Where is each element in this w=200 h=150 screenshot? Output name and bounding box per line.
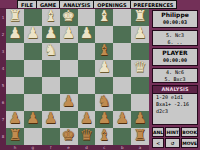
- square-d7[interactable]: ♟: [78, 111, 96, 128]
- square-c2[interactable]: [95, 26, 113, 43]
- white-pawn-piece: ♟: [44, 26, 57, 41]
- white-player-panel: Philippe 00:00:03: [152, 10, 198, 28]
- square-c4[interactable]: ♟: [95, 60, 113, 77]
- white-rook-piece: ♜: [133, 9, 146, 24]
- square-c8[interactable]: ♝: [95, 128, 113, 145]
- square-b3[interactable]: [113, 43, 131, 60]
- square-d8[interactable]: ♛: [78, 128, 96, 145]
- square-e2[interactable]: ♟: [60, 26, 78, 43]
- square-f8[interactable]: [42, 128, 60, 145]
- black-knight-piece: ♞: [98, 94, 111, 109]
- square-d4[interactable]: [78, 60, 96, 77]
- takeback-button[interactable]: <: [152, 138, 164, 148]
- square-e3[interactable]: [60, 43, 78, 60]
- square-b5[interactable]: [113, 77, 131, 94]
- square-a2[interactable]: ♟: [131, 26, 149, 43]
- white-bishop-piece: ♝: [44, 9, 57, 24]
- square-f5[interactable]: [42, 77, 60, 94]
- square-f6[interactable]: [42, 94, 60, 111]
- white-moves-panel: 5. Nc3 6. ..: [152, 30, 198, 46]
- square-b4[interactable]: [113, 60, 131, 77]
- square-h3[interactable]: [6, 43, 24, 60]
- black-king-piece: ♚: [62, 128, 75, 143]
- anl-button[interactable]: ANL: [152, 127, 164, 137]
- square-f4[interactable]: [42, 60, 60, 77]
- square-d1[interactable]: [78, 9, 96, 26]
- white-move-entry: 5. Nc3: [153, 32, 197, 39]
- square-h1[interactable]: ♜: [6, 9, 24, 26]
- square-f7[interactable]: ♟: [42, 111, 60, 128]
- square-d5[interactable]: [78, 77, 96, 94]
- file-label: d: [78, 145, 96, 150]
- file-label: b: [113, 145, 131, 150]
- white-knight-piece: ♞: [44, 43, 57, 58]
- square-b6[interactable]: [113, 94, 131, 111]
- square-b7[interactable]: ♟: [113, 111, 131, 128]
- square-c1[interactable]: ♝: [95, 9, 113, 26]
- square-e8[interactable]: ♚: [60, 128, 78, 145]
- square-g4[interactable]: [24, 60, 42, 77]
- square-g5[interactable]: [24, 77, 42, 94]
- white-pawn-piece: ♟: [62, 26, 75, 41]
- analysis-line: 1-20 e1d1: [153, 94, 197, 101]
- file-label: g: [24, 145, 42, 150]
- white-pawn-piece: ♟: [26, 26, 39, 41]
- analysis-line: d2c3: [153, 108, 197, 115]
- square-h4[interactable]: [6, 60, 24, 77]
- file-label: a: [131, 145, 149, 150]
- file-label: e: [60, 145, 78, 150]
- square-h7[interactable]: ♟: [6, 111, 24, 128]
- analysis-panel: ANALYSIS 1-20 e1d1 Bxa1+ -2.16 d2c3: [152, 85, 198, 125]
- file-label: c: [95, 145, 113, 150]
- white-king-piece: ♚: [62, 9, 75, 24]
- square-e7[interactable]: [60, 111, 78, 128]
- black-player-panel: PLAYER 00:00:00: [152, 48, 198, 66]
- board-grid: ♜♝♚♝♜♟♟♟♟♟♟♞♝♟♛♟♞♟♟♟♟♟♟♟♜♚♛♝♜: [6, 9, 149, 145]
- file-label: h: [6, 145, 24, 150]
- black-rook-piece: ♜: [133, 128, 146, 143]
- square-a8[interactable]: ♜: [131, 128, 149, 145]
- book-button[interactable]: BOOK: [181, 127, 198, 137]
- square-h6[interactable]: [6, 94, 24, 111]
- white-player-clock: 00:00:03: [153, 19, 197, 26]
- app-window: { "game": "chess", "app": { "background_…: [0, 0, 200, 150]
- square-c6[interactable]: ♞: [95, 94, 113, 111]
- square-a6[interactable]: [131, 94, 149, 111]
- white-pawn-piece: ♟: [80, 26, 93, 41]
- black-player-name: PLAYER: [153, 49, 197, 57]
- black-pawn-piece: ♟: [115, 111, 128, 126]
- black-move-entry: 5. Bxc3: [153, 76, 197, 83]
- square-g8[interactable]: [24, 128, 42, 145]
- file-labels: hgfedcba: [6, 145, 149, 150]
- black-moves-panel: 4. Nc6 5. Bxc3: [152, 68, 198, 83]
- square-g3[interactable]: [24, 43, 42, 60]
- white-pawn-piece: ♟: [98, 60, 111, 75]
- black-pawn-piece: ♟: [44, 111, 57, 126]
- square-g1[interactable]: [24, 9, 42, 26]
- black-bishop-piece: ♝: [98, 43, 111, 58]
- white-rook-piece: ♜: [8, 9, 21, 24]
- square-a4[interactable]: ♛: [131, 60, 149, 77]
- square-c3[interactable]: ♝: [95, 43, 113, 60]
- black-pawn-piece: ♟: [98, 111, 111, 126]
- white-move-entry: 6. ..: [153, 39, 197, 46]
- hint-button[interactable]: HINT: [165, 127, 180, 137]
- square-g2[interactable]: ♟: [24, 26, 42, 43]
- square-a3[interactable]: [131, 43, 149, 60]
- black-bishop-piece: ♝: [98, 128, 111, 143]
- square-g7[interactable]: ♟: [24, 111, 42, 128]
- black-queen-piece: ♛: [80, 128, 93, 143]
- analysis-title: ANALYSIS: [153, 86, 197, 94]
- white-player-name: Philippe: [153, 11, 197, 19]
- file-label: f: [42, 145, 60, 150]
- button-bar: ANL HINT BOOK < ↺ MOVE: [152, 127, 198, 148]
- black-pawn-piece: ♟: [80, 111, 93, 126]
- white-pawn-piece: ♟: [133, 26, 146, 41]
- square-d2[interactable]: ♟: [78, 26, 96, 43]
- square-d3[interactable]: [78, 43, 96, 60]
- move-button[interactable]: MOVE: [181, 138, 198, 148]
- square-h5[interactable]: [6, 77, 24, 94]
- square-e5[interactable]: [60, 77, 78, 94]
- square-e1[interactable]: ♚: [60, 9, 78, 26]
- square-f2[interactable]: ♟: [42, 26, 60, 43]
- square-a7[interactable]: ♟: [131, 111, 149, 128]
- square-h8[interactable]: ♜: [6, 128, 24, 145]
- square-b1[interactable]: [113, 9, 131, 26]
- square-b2[interactable]: [113, 26, 131, 43]
- black-rook-piece: ♜: [8, 128, 21, 143]
- black-player-clock: 00:00:00: [153, 57, 197, 64]
- black-move-entry: 4. Nc6: [153, 69, 197, 76]
- white-bishop-piece: ♝: [98, 9, 111, 24]
- square-e6[interactable]: ♟: [60, 94, 78, 111]
- square-g6[interactable]: [24, 94, 42, 111]
- square-a5[interactable]: [131, 77, 149, 94]
- white-queen-piece: ♛: [133, 60, 146, 75]
- black-pawn-piece: ♟: [133, 111, 146, 126]
- square-f1[interactable]: ♝: [42, 9, 60, 26]
- analysis-line: Bxa1+ -2.16: [153, 101, 197, 108]
- black-pawn-piece: ♟: [26, 111, 39, 126]
- square-c5[interactable]: [95, 77, 113, 94]
- square-e4[interactable]: [60, 60, 78, 77]
- square-a1[interactable]: ♜: [131, 9, 149, 26]
- black-pawn-piece: ♟: [8, 111, 21, 126]
- replay-button[interactable]: ↺: [165, 138, 180, 148]
- square-c7[interactable]: ♟: [95, 111, 113, 128]
- square-d6[interactable]: [78, 94, 96, 111]
- square-h2[interactable]: ♟: [6, 26, 24, 43]
- square-f3[interactable]: ♞: [42, 43, 60, 60]
- square-b8[interactable]: [113, 128, 131, 145]
- white-pawn-piece: ♟: [8, 26, 21, 41]
- black-pawn-piece: ♟: [62, 94, 75, 109]
- chess-board: 12345678 ♜♝♚♝♜♟♟♟♟♟♟♞♝♟♛♟♞♟♟♟♟♟♟♟♜♚♛♝♜ h…: [0, 8, 149, 150]
